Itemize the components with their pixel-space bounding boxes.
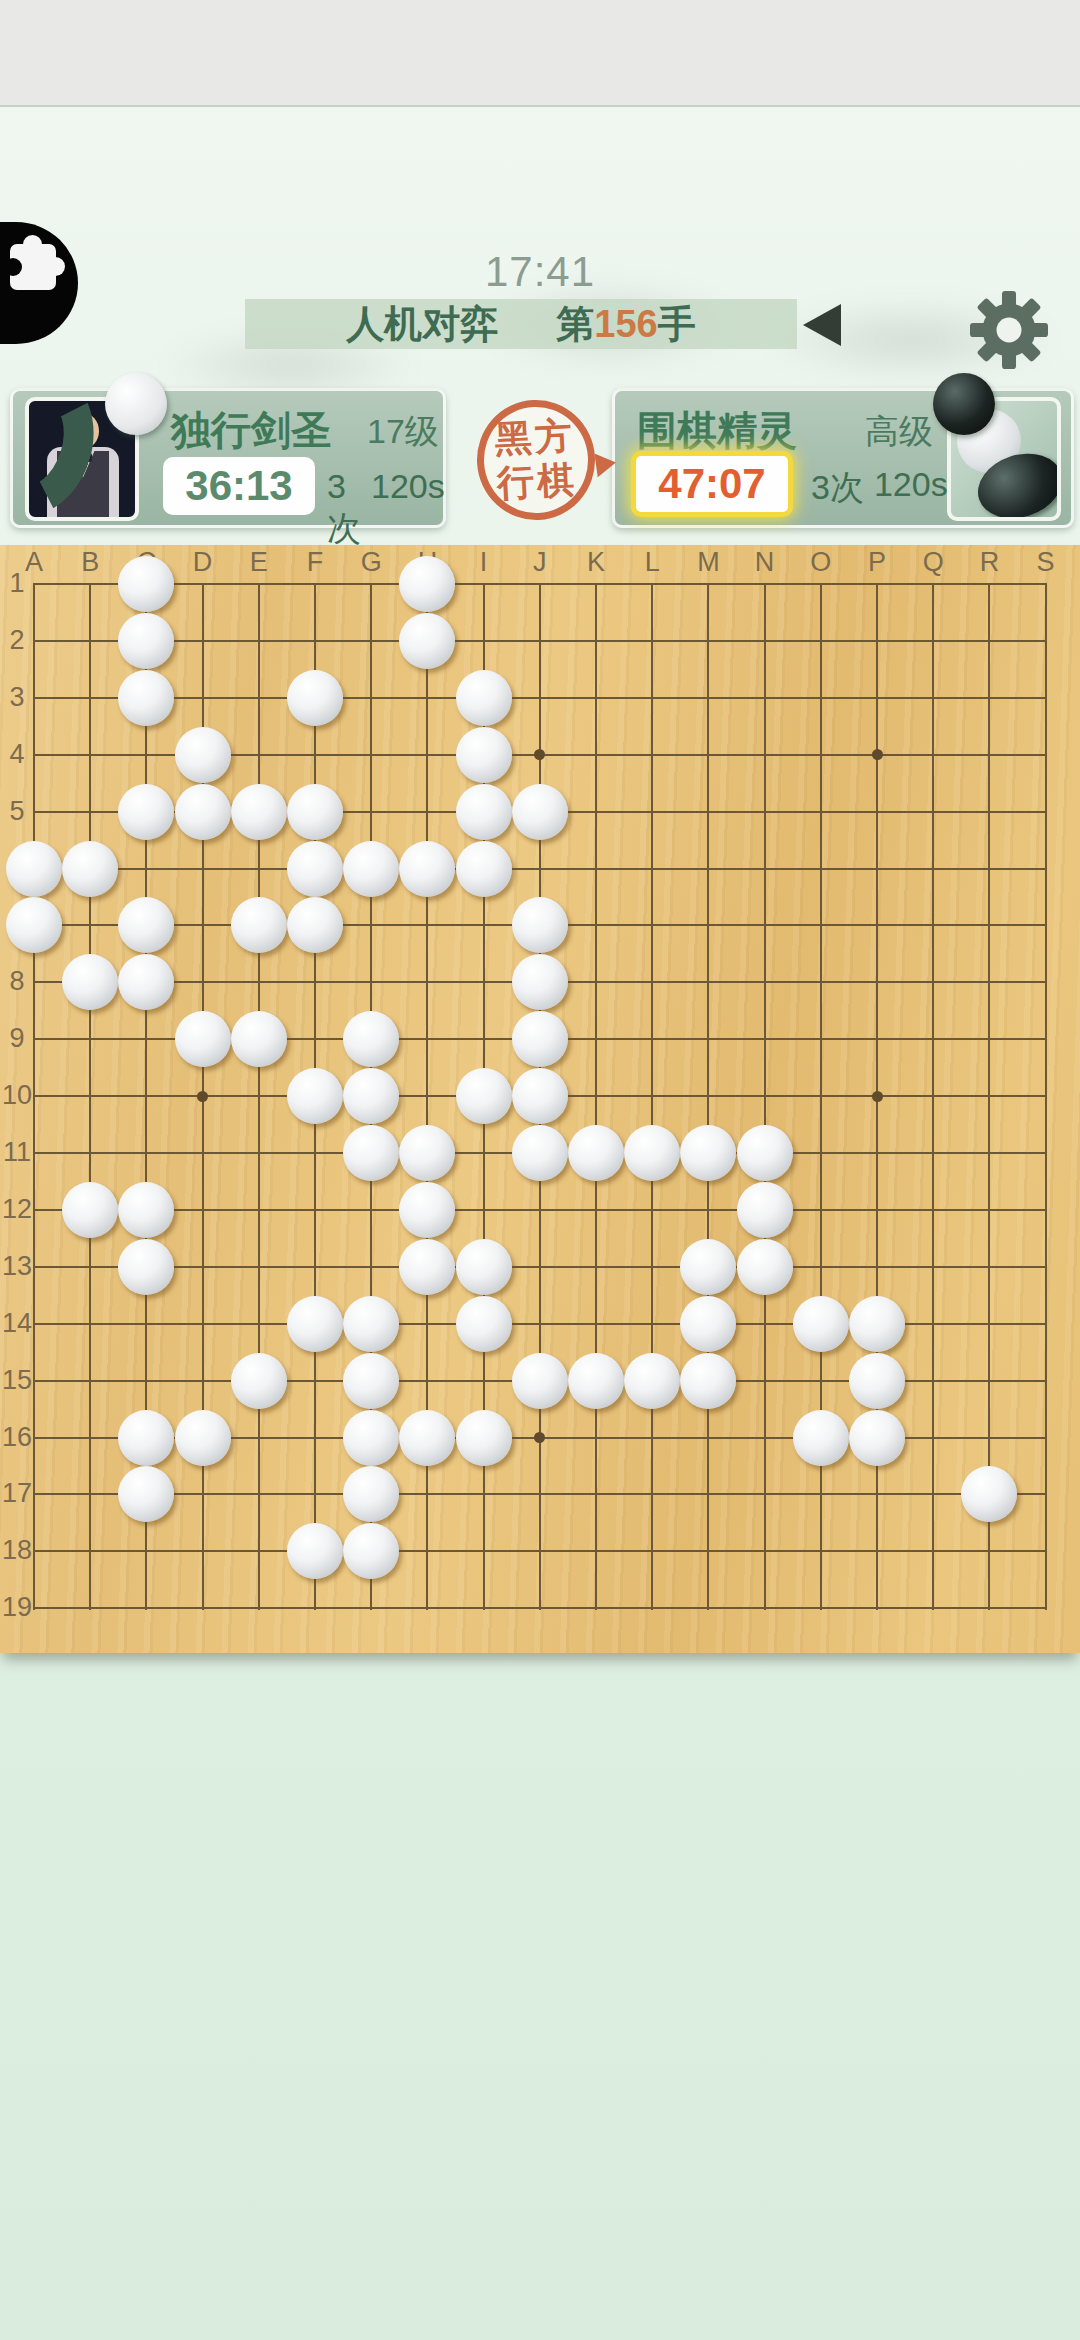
board-col-label: L — [632, 547, 672, 578]
puzzle-notch — [4, 258, 22, 276]
board-col-label: E — [239, 547, 279, 578]
white-stone[interactable] — [343, 1296, 399, 1352]
black-stone[interactable] — [456, 1466, 512, 1522]
board-grid-line — [33, 584, 35, 1610]
white-stone[interactable] — [6, 841, 62, 897]
floating-overlay-button[interactable] — [0, 222, 78, 344]
back-triangle-icon[interactable] — [803, 304, 841, 346]
black-stone[interactable] — [737, 1353, 793, 1409]
black-stone[interactable] — [175, 954, 231, 1010]
board-col-label: K — [576, 547, 616, 578]
board-grid-line — [258, 584, 260, 1610]
black-stone[interactable] — [118, 1125, 174, 1181]
white-stone[interactable] — [399, 1239, 455, 1295]
black-stone[interactable] — [680, 1410, 736, 1466]
black-stone[interactable] — [62, 727, 118, 783]
player-name-left: 独行剑圣 — [171, 403, 331, 458]
board-row-label: 3 — [0, 682, 34, 713]
timer-right-active: 47:07 — [631, 451, 793, 517]
white-stone[interactable] — [456, 670, 512, 726]
white-stone[interactable] — [512, 1125, 568, 1181]
black-stone[interactable] — [568, 1182, 624, 1238]
white-stone[interactable] — [287, 1068, 343, 1124]
white-stone[interactable] — [6, 897, 62, 953]
game-mode-label: 人机对弈 — [346, 299, 498, 350]
black-stone[interactable] — [456, 897, 512, 953]
white-stone[interactable] — [456, 784, 512, 840]
black-stone[interactable] — [512, 841, 568, 897]
white-stone[interactable] — [680, 1239, 736, 1295]
white-stone[interactable] — [456, 1410, 512, 1466]
white-stone[interactable] — [287, 670, 343, 726]
white-stone[interactable] — [793, 1296, 849, 1352]
white-stone[interactable] — [118, 613, 174, 669]
white-stone[interactable] — [62, 1182, 118, 1238]
board-col-label: D — [183, 547, 223, 578]
white-stone[interactable] — [118, 1182, 174, 1238]
white-stone[interactable] — [118, 1239, 174, 1295]
black-stone[interactable] — [512, 727, 568, 783]
white-stone[interactable] — [175, 784, 231, 840]
white-stone[interactable] — [456, 1296, 512, 1352]
black-stone-badge — [933, 373, 995, 435]
black-stone[interactable] — [849, 897, 905, 953]
app-screen: 17:41 人机对弈 第156手 — [0, 0, 1080, 2340]
move-counter: 第156手 — [556, 299, 695, 350]
black-stone[interactable] — [456, 1011, 512, 1067]
black-stone[interactable] — [568, 1410, 624, 1466]
black-stone[interactable] — [793, 1182, 849, 1238]
player-rank-left: 17级 — [367, 409, 439, 455]
white-stone[interactable] — [231, 897, 287, 953]
black-stone[interactable] — [456, 1125, 512, 1181]
white-stone[interactable] — [175, 1011, 231, 1067]
periods-left: 3次120s — [327, 467, 445, 552]
white-stone-badge — [105, 373, 167, 435]
black-stone[interactable] — [343, 1580, 399, 1636]
black-stone[interactable] — [680, 1182, 736, 1238]
white-stone[interactable] — [456, 1068, 512, 1124]
white-stone[interactable] — [399, 1410, 455, 1466]
black-stone[interactable] — [737, 1466, 793, 1522]
black-stone[interactable] — [512, 670, 568, 726]
board-row-label: 18 — [0, 1535, 34, 1566]
settings-gear-icon[interactable] — [970, 291, 1048, 369]
black-stone[interactable] — [793, 670, 849, 726]
white-stone[interactable] — [118, 1410, 174, 1466]
black-stone[interactable] — [793, 1239, 849, 1295]
black-stone[interactable] — [624, 1410, 680, 1466]
white-stone[interactable] — [343, 1011, 399, 1067]
white-stone[interactable] — [512, 784, 568, 840]
status-bar-strip — [0, 0, 1080, 107]
black-stone[interactable] — [737, 1410, 793, 1466]
black-to-move-stamp: 黑方 行棋 — [474, 397, 598, 523]
white-stone[interactable] — [287, 841, 343, 897]
white-stone[interactable] — [399, 1182, 455, 1238]
black-stone[interactable] — [118, 841, 174, 897]
black-stone[interactable] — [231, 1125, 287, 1181]
black-stone[interactable] — [175, 897, 231, 953]
white-stone[interactable] — [624, 1353, 680, 1409]
white-stone[interactable] — [456, 1239, 512, 1295]
white-stone[interactable] — [456, 841, 512, 897]
board-grid-line — [33, 1493, 1047, 1495]
player-name-right: 围棋精灵 — [637, 403, 797, 458]
board-col-label: O — [801, 547, 841, 578]
black-stone[interactable] — [456, 1182, 512, 1238]
black-stone[interactable] — [62, 1353, 118, 1409]
clock-text: 17:41 — [0, 248, 1080, 296]
board-grid-line — [1045, 584, 1047, 1610]
white-stone[interactable] — [399, 613, 455, 669]
black-stone[interactable] — [905, 727, 961, 783]
white-stone[interactable] — [849, 1410, 905, 1466]
black-stone[interactable] — [568, 784, 624, 840]
white-stone[interactable] — [399, 1125, 455, 1181]
board-col-label: M — [688, 547, 728, 578]
periods-right: 3次120s — [811, 465, 948, 511]
white-stone[interactable] — [512, 1068, 568, 1124]
board-row-label: 4 — [0, 739, 34, 770]
white-stone[interactable] — [793, 1410, 849, 1466]
white-stone[interactable] — [343, 1410, 399, 1466]
move-number: 156 — [594, 303, 657, 345]
white-stone[interactable] — [512, 1011, 568, 1067]
black-stone[interactable] — [737, 1068, 793, 1124]
black-stone[interactable] — [231, 841, 287, 897]
black-stone[interactable] — [6, 1296, 62, 1352]
white-stone[interactable] — [287, 784, 343, 840]
board-row-label: 9 — [0, 1023, 34, 1054]
timer-left: 36:13 — [163, 457, 315, 515]
board-col-label: J — [520, 547, 560, 578]
player-rank-right: 高级 — [865, 409, 933, 455]
board-row-label: 19 — [0, 1592, 34, 1623]
black-stone[interactable] — [512, 1410, 568, 1466]
board-col-label: Q — [913, 547, 953, 578]
board-col-label: R — [969, 547, 1009, 578]
white-stone[interactable] — [512, 1353, 568, 1409]
black-stone[interactable] — [793, 1125, 849, 1181]
board-row-label: 2 — [0, 625, 34, 656]
star-point — [872, 1091, 883, 1102]
black-stone[interactable] — [512, 1182, 568, 1238]
board-row-label: 13 — [0, 1251, 34, 1282]
white-stone[interactable] — [231, 784, 287, 840]
white-stone[interactable] — [399, 841, 455, 897]
white-stone[interactable] — [118, 784, 174, 840]
white-stone[interactable] — [343, 1353, 399, 1409]
white-stone[interactable] — [287, 1296, 343, 1352]
board-row-label: 10 — [0, 1080, 34, 1111]
white-stone[interactable] — [680, 1353, 736, 1409]
go-board[interactable]: ABCDEFGHIJKLMNOPQRS123456789101112131415… — [0, 545, 1080, 1653]
white-stone[interactable] — [62, 841, 118, 897]
white-stone[interactable] — [175, 727, 231, 783]
black-stone[interactable] — [287, 1353, 343, 1409]
stamp-tail — [594, 451, 617, 478]
black-stone[interactable] — [568, 727, 624, 783]
white-stone[interactable] — [680, 1125, 736, 1181]
black-stone[interactable] — [456, 613, 512, 669]
black-stone[interactable] — [62, 670, 118, 726]
white-stone[interactable] — [231, 1353, 287, 1409]
black-stone[interactable] — [62, 1125, 118, 1181]
white-stone[interactable] — [231, 1011, 287, 1067]
black-stone[interactable] — [62, 1410, 118, 1466]
black-stone[interactable] — [568, 841, 624, 897]
white-stone[interactable] — [849, 1353, 905, 1409]
board-row-label: 17 — [0, 1478, 34, 1509]
player-panel-right: 围棋精灵 高级 47:07 3次120s — [612, 388, 1074, 528]
white-stone[interactable] — [568, 1125, 624, 1181]
white-stone[interactable] — [737, 1182, 793, 1238]
board-row-label: 16 — [0, 1422, 34, 1453]
black-stone[interactable] — [62, 784, 118, 840]
white-stone[interactable] — [512, 897, 568, 953]
black-stone[interactable] — [849, 1239, 905, 1295]
black-stone[interactable] — [737, 1296, 793, 1352]
white-stone[interactable] — [737, 1239, 793, 1295]
black-stone[interactable] — [849, 1011, 905, 1067]
black-stone[interactable] — [905, 1353, 961, 1409]
board-row-label: 8 — [0, 966, 34, 997]
star-point — [872, 749, 883, 760]
black-stone[interactable] — [287, 954, 343, 1010]
puzzle-piece-icon — [10, 244, 56, 290]
white-stone[interactable] — [343, 1125, 399, 1181]
board-col-label: N — [745, 547, 785, 578]
black-stone[interactable] — [905, 1296, 961, 1352]
game-title-bar: 人机对弈 第156手 — [245, 299, 797, 349]
white-stone[interactable] — [399, 556, 455, 612]
white-stone[interactable] — [680, 1296, 736, 1352]
black-stone[interactable] — [624, 1182, 680, 1238]
black-stone[interactable] — [512, 613, 568, 669]
white-stone[interactable] — [287, 897, 343, 953]
board-row-label: 5 — [0, 796, 34, 827]
board-row-label: 11 — [0, 1137, 34, 1168]
black-stone[interactable] — [624, 1068, 680, 1124]
white-stone[interactable] — [118, 670, 174, 726]
black-stone[interactable] — [6, 1182, 62, 1238]
white-stone[interactable] — [118, 556, 174, 612]
board-grid-line — [33, 583, 1047, 585]
board-col-label: P — [857, 547, 897, 578]
board-grid-line — [33, 1607, 1047, 1609]
black-stone[interactable] — [62, 613, 118, 669]
white-stone[interactable] — [849, 1296, 905, 1352]
board-grid-line — [988, 584, 990, 1610]
white-stone[interactable] — [568, 1353, 624, 1409]
board-row-label: 15 — [0, 1365, 34, 1396]
board-col-label: S — [1026, 547, 1066, 578]
white-stone[interactable] — [287, 1523, 343, 1579]
white-stone[interactable] — [343, 841, 399, 897]
white-stone[interactable] — [737, 1125, 793, 1181]
white-stone[interactable] — [175, 1410, 231, 1466]
board-col-label: I — [464, 547, 504, 578]
black-stone[interactable] — [62, 1011, 118, 1067]
black-stone[interactable] — [287, 1011, 343, 1067]
white-stone[interactable] — [456, 727, 512, 783]
black-stone[interactable] — [624, 670, 680, 726]
black-stone[interactable] — [62, 556, 118, 612]
white-stone[interactable] — [624, 1125, 680, 1181]
white-stone[interactable] — [343, 1068, 399, 1124]
board-row-label: 1 — [0, 568, 34, 599]
black-stone[interactable] — [231, 954, 287, 1010]
white-stone[interactable] — [512, 954, 568, 1010]
black-stone[interactable] — [849, 1523, 905, 1579]
black-stone[interactable] — [175, 841, 231, 897]
black-stone[interactable] — [175, 1068, 231, 1124]
